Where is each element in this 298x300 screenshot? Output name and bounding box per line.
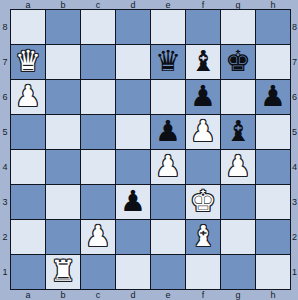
white-pawn: ♟ [15, 80, 41, 113]
rank-label-3: 3 [291, 185, 298, 219]
square-b1[interactable]: ♜ [46, 255, 80, 289]
square-a2[interactable] [11, 220, 45, 254]
square-b6[interactable] [46, 80, 80, 114]
square-e5[interactable]: ♟ [151, 115, 185, 149]
file-label-d: d [116, 290, 150, 300]
file-label-g: g [221, 290, 255, 300]
square-b2[interactable] [46, 220, 80, 254]
square-d1[interactable] [116, 255, 150, 289]
file-label-h: h [256, 290, 290, 300]
chessboard-frame: abcdefgh 87654321 87654321 abcdefgh ♛♛♝♚… [0, 0, 298, 300]
square-f2[interactable]: ♝ [186, 220, 220, 254]
square-f3[interactable]: ♚ [186, 185, 220, 219]
square-f6[interactable]: ♟ [186, 80, 220, 114]
rank-label-5: 5 [291, 115, 298, 149]
square-a3[interactable] [11, 185, 45, 219]
square-h8[interactable] [256, 10, 290, 44]
square-g5[interactable]: ♝ [221, 115, 255, 149]
black-bishop: ♝ [225, 115, 251, 148]
white-pawn: ♟ [85, 220, 111, 253]
square-h1[interactable] [256, 255, 290, 289]
rank-labels-left: 87654321 [0, 10, 10, 289]
white-pawn: ♟ [190, 115, 216, 148]
white-king: ♚ [190, 185, 216, 218]
file-label-f: f [186, 290, 220, 300]
white-pawn: ♟ [225, 150, 251, 183]
square-g2[interactable] [221, 220, 255, 254]
square-h5[interactable] [256, 115, 290, 149]
file-label-c: c [81, 290, 115, 300]
square-a8[interactable] [11, 10, 45, 44]
square-d2[interactable] [116, 220, 150, 254]
square-a1[interactable] [11, 255, 45, 289]
black-queen: ♛ [155, 45, 181, 78]
square-c2[interactable]: ♟ [81, 220, 115, 254]
square-e4[interactable]: ♟ [151, 150, 185, 184]
square-f7[interactable]: ♝ [186, 45, 220, 79]
rank-label-6: 6 [0, 80, 10, 114]
square-e2[interactable] [151, 220, 185, 254]
square-d7[interactable] [116, 45, 150, 79]
square-b3[interactable] [46, 185, 80, 219]
square-d5[interactable] [116, 115, 150, 149]
square-g4[interactable]: ♟ [221, 150, 255, 184]
black-pawn: ♟ [155, 115, 181, 148]
square-e3[interactable] [151, 185, 185, 219]
rank-label-7: 7 [0, 45, 10, 79]
white-pawn: ♟ [155, 150, 181, 183]
black-king: ♚ [225, 45, 251, 78]
rank-labels-right: 87654321 [291, 10, 298, 289]
square-f5[interactable]: ♟ [186, 115, 220, 149]
file-label-e: e [151, 290, 185, 300]
rank-label-4: 4 [291, 150, 298, 184]
white-queen: ♛ [15, 45, 41, 78]
square-d3[interactable]: ♟ [116, 185, 150, 219]
white-bishop: ♝ [190, 220, 216, 253]
square-b5[interactable] [46, 115, 80, 149]
square-c3[interactable] [81, 185, 115, 219]
square-c1[interactable] [81, 255, 115, 289]
rank-label-8: 8 [291, 10, 298, 44]
square-g1[interactable] [221, 255, 255, 289]
rank-label-5: 5 [0, 115, 10, 149]
square-b4[interactable] [46, 150, 80, 184]
square-c6[interactable] [81, 80, 115, 114]
square-b7[interactable] [46, 45, 80, 79]
rank-label-2: 2 [0, 220, 10, 254]
rank-label-3: 3 [0, 185, 10, 219]
square-h6[interactable]: ♟ [256, 80, 290, 114]
square-b8[interactable] [46, 10, 80, 44]
square-a7[interactable]: ♛ [11, 45, 45, 79]
file-label-b: b [46, 290, 80, 300]
square-g8[interactable] [221, 10, 255, 44]
square-c4[interactable] [81, 150, 115, 184]
square-e6[interactable] [151, 80, 185, 114]
square-a6[interactable]: ♟ [11, 80, 45, 114]
square-d6[interactable] [116, 80, 150, 114]
file-label-a: a [11, 290, 45, 300]
square-g6[interactable] [221, 80, 255, 114]
square-h2[interactable] [256, 220, 290, 254]
black-pawn: ♟ [190, 80, 216, 113]
rank-label-2: 2 [291, 220, 298, 254]
file-labels-bottom: abcdefgh [11, 290, 290, 300]
square-e1[interactable] [151, 255, 185, 289]
square-h3[interactable] [256, 185, 290, 219]
square-g3[interactable] [221, 185, 255, 219]
square-c7[interactable] [81, 45, 115, 79]
square-h4[interactable] [256, 150, 290, 184]
rank-label-6: 6 [291, 80, 298, 114]
black-pawn: ♟ [120, 185, 146, 218]
rank-label-8: 8 [0, 10, 10, 44]
square-d4[interactable] [116, 150, 150, 184]
file-labels-top: abcdefgh [11, 0, 290, 9]
square-c5[interactable] [81, 115, 115, 149]
square-g7[interactable]: ♚ [221, 45, 255, 79]
square-e8[interactable] [151, 10, 185, 44]
square-f1[interactable] [186, 255, 220, 289]
square-a4[interactable] [11, 150, 45, 184]
black-pawn: ♟ [260, 80, 286, 113]
square-c8[interactable] [81, 10, 115, 44]
rank-label-1: 1 [0, 255, 10, 289]
rank-label-7: 7 [291, 45, 298, 79]
white-rook: ♜ [50, 255, 76, 288]
square-e7[interactable]: ♛ [151, 45, 185, 79]
rank-label-1: 1 [291, 255, 298, 289]
chess-board: ♛♛♝♚♟♟♟♟♟♝♟♟♟♚♟♝♜ [10, 9, 291, 290]
black-bishop: ♝ [190, 45, 216, 78]
rank-label-4: 4 [0, 150, 10, 184]
square-f8[interactable] [186, 10, 220, 44]
square-f4[interactable] [186, 150, 220, 184]
square-a5[interactable] [11, 115, 45, 149]
square-d8[interactable] [116, 10, 150, 44]
square-h7[interactable] [256, 45, 290, 79]
